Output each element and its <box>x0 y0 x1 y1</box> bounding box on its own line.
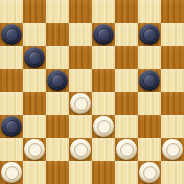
piece-ring <box>143 74 157 88</box>
square-20[interactable] <box>161 92 184 115</box>
black-man-piece[interactable] <box>47 70 68 91</box>
light-square-r0c6 <box>138 0 161 23</box>
light-square-r5c1 <box>23 115 46 138</box>
piece-ring <box>5 28 19 42</box>
square-18[interactable] <box>69 92 92 115</box>
light-square-r4c6 <box>138 92 161 115</box>
light-square-r1c1 <box>23 23 46 46</box>
piece-ring <box>97 28 111 42</box>
white-man-piece[interactable] <box>70 139 91 160</box>
square-19[interactable] <box>115 92 138 115</box>
light-square-r1c3 <box>69 23 92 46</box>
light-square-r2c0 <box>0 46 23 69</box>
square-24[interactable] <box>138 115 161 138</box>
square-9[interactable] <box>23 46 46 69</box>
square-30[interactable] <box>46 161 69 184</box>
square-21[interactable] <box>0 115 23 138</box>
square-27[interactable] <box>115 138 138 161</box>
light-square-r7c3 <box>69 161 92 184</box>
white-man-piece[interactable] <box>24 139 45 160</box>
piece-ring <box>74 143 88 157</box>
square-26[interactable] <box>69 138 92 161</box>
light-square-r3c7 <box>161 69 184 92</box>
light-square-r6c4 <box>92 138 115 161</box>
light-square-r1c7 <box>161 23 184 46</box>
piece-ring <box>28 143 42 157</box>
light-square-r4c2 <box>46 92 69 115</box>
square-1[interactable] <box>23 0 46 23</box>
square-29[interactable] <box>0 161 23 184</box>
light-square-r7c7 <box>161 161 184 184</box>
light-square-r2c6 <box>138 46 161 69</box>
piece-ring <box>143 28 157 42</box>
black-man-piece[interactable] <box>93 24 114 45</box>
light-square-r2c4 <box>92 46 115 69</box>
square-31[interactable] <box>92 161 115 184</box>
piece-ring <box>97 120 111 134</box>
light-square-r4c0 <box>0 92 23 115</box>
square-23[interactable] <box>92 115 115 138</box>
light-square-r3c3 <box>69 69 92 92</box>
light-square-r1c5 <box>115 23 138 46</box>
white-man-piece[interactable] <box>116 139 137 160</box>
light-square-r0c4 <box>92 0 115 23</box>
white-man-piece[interactable] <box>1 162 22 183</box>
piece-ring <box>120 143 134 157</box>
piece-ring <box>5 166 19 180</box>
square-12[interactable] <box>161 46 184 69</box>
square-17[interactable] <box>23 92 46 115</box>
black-man-piece[interactable] <box>1 116 22 137</box>
piece-ring <box>74 97 88 111</box>
square-8[interactable] <box>138 23 161 46</box>
piece-ring <box>28 51 42 65</box>
piece-ring <box>5 120 19 134</box>
square-2[interactable] <box>69 0 92 23</box>
light-square-r5c3 <box>69 115 92 138</box>
square-4[interactable] <box>161 0 184 23</box>
light-square-r3c5 <box>115 69 138 92</box>
checkers-board <box>0 0 184 184</box>
black-man-piece[interactable] <box>139 70 160 91</box>
light-square-r7c1 <box>23 161 46 184</box>
light-square-r7c5 <box>115 161 138 184</box>
light-square-r6c6 <box>138 138 161 161</box>
square-3[interactable] <box>115 0 138 23</box>
black-man-piece[interactable] <box>1 24 22 45</box>
square-14[interactable] <box>46 69 69 92</box>
square-6[interactable] <box>46 23 69 46</box>
light-square-r5c5 <box>115 115 138 138</box>
square-7[interactable] <box>92 23 115 46</box>
square-16[interactable] <box>138 69 161 92</box>
piece-ring <box>51 74 65 88</box>
black-man-piece[interactable] <box>24 47 45 68</box>
square-11[interactable] <box>115 46 138 69</box>
square-22[interactable] <box>46 115 69 138</box>
square-13[interactable] <box>0 69 23 92</box>
black-man-piece[interactable] <box>139 24 160 45</box>
light-square-r3c1 <box>23 69 46 92</box>
square-25[interactable] <box>23 138 46 161</box>
white-man-piece[interactable] <box>70 93 91 114</box>
light-square-r2c2 <box>46 46 69 69</box>
piece-ring <box>166 143 180 157</box>
light-square-r5c7 <box>161 115 184 138</box>
square-28[interactable] <box>161 138 184 161</box>
light-square-r4c4 <box>92 92 115 115</box>
piece-ring <box>143 166 157 180</box>
square-5[interactable] <box>0 23 23 46</box>
square-10[interactable] <box>69 46 92 69</box>
square-32[interactable] <box>138 161 161 184</box>
light-square-r6c0 <box>0 138 23 161</box>
white-man-piece[interactable] <box>139 162 160 183</box>
light-square-r6c2 <box>46 138 69 161</box>
white-man-piece[interactable] <box>93 116 114 137</box>
square-15[interactable] <box>92 69 115 92</box>
light-square-r0c2 <box>46 0 69 23</box>
light-square-r0c0 <box>0 0 23 23</box>
white-man-piece[interactable] <box>162 139 183 160</box>
